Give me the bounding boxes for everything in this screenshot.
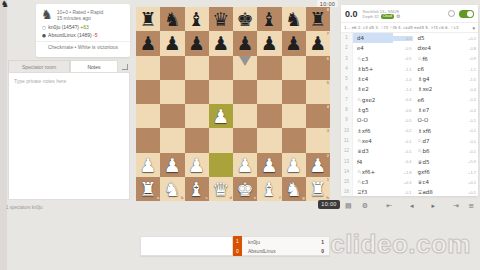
crosstable-players: kn0ju1AbsurdLinux0 <box>242 236 330 256</box>
white-move-eval: +1.8 <box>393 170 414 175</box>
square-d5[interactable] <box>209 80 233 104</box>
black-move-eval: -0.8 <box>457 46 478 51</box>
rank-coord-6: 6 <box>327 57 329 61</box>
white-move-eval: 0.0 <box>393 36 414 41</box>
black-move[interactable]: O-O <box>413 115 457 125</box>
square-c4[interactable] <box>185 104 209 128</box>
black-move[interactable]: ♗g4 <box>413 74 457 84</box>
notes-placeholder: Type private notes here <box>9 73 129 89</box>
square-d7[interactable]: ♟ <box>209 31 233 55</box>
move-number: 13 <box>341 157 353 167</box>
square-e1[interactable]: ♚e <box>233 177 257 201</box>
square-e2[interactable]: ♟ <box>233 153 257 177</box>
black-move-eval: -0.1 <box>457 139 478 144</box>
move-list[interactable]: 1d40.0d5+0.22e4-0.9dxe4-0.83♘c3-0.5♘f6-0… <box>341 33 478 196</box>
square-e4[interactable] <box>233 104 257 128</box>
file-coord-a: a <box>157 196 159 200</box>
move-number: 5 <box>341 74 353 84</box>
white-move-eval: -0.9 <box>393 46 414 51</box>
black-knight-g8[interactable]: ♞ <box>282 7 306 31</box>
square-f4[interactable] <box>257 104 281 128</box>
black-queen-d8[interactable]: ♛ <box>209 7 233 31</box>
move-number: 14 <box>341 167 353 177</box>
white-move-eval: -1.4 <box>393 87 414 92</box>
menu-icon[interactable]: ≡ <box>468 199 474 213</box>
square-g7[interactable]: ♟ <box>282 31 306 55</box>
black-move-eval: +5.9 <box>457 159 478 164</box>
square-f5[interactable] <box>257 80 281 104</box>
move-row-7: 7♘gxe2-0.4e6-0.2 <box>341 95 478 105</box>
resize-handle[interactable] <box>118 60 130 72</box>
black-move[interactable]: ♖ad8 <box>413 187 457 196</box>
rank-coord-4: 4 <box>327 105 329 109</box>
square-b1[interactable]: ♞b <box>160 177 184 201</box>
black-move[interactable]: ♘d7 <box>413 136 457 146</box>
square-a4[interactable] <box>136 104 160 128</box>
square-c8[interactable]: ♝ <box>185 7 209 31</box>
black-move[interactable]: gxf6 <box>413 167 457 177</box>
move-number: 10 <box>341 126 353 136</box>
square-f2[interactable]: ♟ <box>257 153 281 177</box>
square-f7[interactable]: ♟ <box>257 31 281 55</box>
black-pawn-d7[interactable]: ♟ <box>209 31 233 55</box>
square-e7[interactable]: ♟ <box>233 31 257 55</box>
black-rating-change: -5 <box>93 32 97 38</box>
engine-header: 0.0 Stockfish 13+ NNUE Depth 32 Cloud ⚙ <box>341 5 478 23</box>
black-player-name[interactable]: AbsurdLinux (1489) <box>48 32 92 38</box>
white-move-eval: -0.5 <box>393 56 414 61</box>
crosstable-results-strip[interactable] <box>140 236 233 256</box>
square-d1[interactable]: ♛d <box>209 177 233 201</box>
white-move[interactable]: ♘c3 <box>353 177 393 187</box>
square-b2[interactable]: ♟ <box>160 153 184 177</box>
engine-toggle[interactable] <box>459 10 474 18</box>
black-move-eval: -1.1 <box>457 67 478 72</box>
square-b4[interactable] <box>160 104 184 128</box>
pv-moves[interactable]: 1... e6 2. c4 d5 3. ♘f3 ♘f6 4. cxd5 exd5… <box>344 25 472 30</box>
rapid-game-icon: ♞ <box>41 8 53 21</box>
file-coord-g: g <box>302 196 304 200</box>
square-g1[interactable]: ♞g <box>282 177 306 201</box>
white-move-eval: -1.1 <box>393 67 414 72</box>
square-g4[interactable] <box>282 104 306 128</box>
watermark-text: clideo.com <box>330 229 471 260</box>
black-move[interactable]: e6 <box>413 95 457 105</box>
square-a1[interactable]: ♜a <box>136 177 160 201</box>
black-move[interactable]: ♕c4 <box>413 177 457 187</box>
square-c1[interactable]: ♝c <box>185 177 209 201</box>
square-e8[interactable]: ♚ <box>233 7 257 31</box>
square-g2[interactable]: ♟ <box>282 153 306 177</box>
white-move-eval: +0.3 <box>393 180 414 185</box>
square-c2[interactable]: ♟ <box>185 153 209 177</box>
rank-coord-2: 2 <box>327 154 329 158</box>
square-e3[interactable] <box>233 128 257 152</box>
square-g6[interactable] <box>282 56 306 80</box>
white-move-eval: -0.6 <box>393 108 414 113</box>
square-e5[interactable] <box>233 80 257 104</box>
black-player-row[interactable]: ● AbsurdLinux (1489) -5 <box>42 32 124 40</box>
white-move[interactable]: ♗xf6 <box>353 126 393 136</box>
white-pawn-f2[interactable]: ♟ <box>257 153 281 177</box>
move-number: 7 <box>341 95 353 105</box>
move-number: 15 <box>341 177 353 187</box>
square-b8[interactable]: ♞ <box>160 7 184 31</box>
cloud-eval-badge: Cloud <box>381 14 394 19</box>
move-row-11: 11♘xe4-0.1♘d7-0.1 <box>341 136 478 146</box>
white-move[interactable]: e4 <box>353 43 393 53</box>
rank-coord-1: 1 <box>327 178 329 182</box>
square-e6[interactable] <box>233 56 257 80</box>
tab-notes[interactable]: Notes <box>70 60 118 72</box>
chess-board[interactable]: ♜♞♝♛♚♝♞♜8♟♟♟♟♟♟♟♟765♟43♟♟♟♟♟♟♟2♜a♞b♝c♛d♚… <box>136 7 330 201</box>
black-move-eval: +1.7 <box>457 170 478 175</box>
square-h2[interactable]: ♟2 <box>306 153 330 177</box>
move-row-16: 16♖f3-0.1♖ad8+0.1 <box>341 187 478 196</box>
square-b6[interactable] <box>160 56 184 80</box>
white-move[interactable]: ♘gxe2 <box>353 95 393 105</box>
notes-input[interactable]: Type private notes here <box>8 72 130 200</box>
white-move[interactable]: f4 <box>353 157 393 167</box>
move-number: 11 <box>341 136 353 146</box>
crosstable-player-score: 0 <box>321 248 329 254</box>
engine-eval: 0.0 <box>345 9 358 19</box>
black-pawn-g7[interactable]: ♟ <box>282 31 306 55</box>
rank-coord-7: 7 <box>327 32 329 36</box>
black-move[interactable]: d5 <box>413 33 457 43</box>
square-f8[interactable]: ♝ <box>257 7 281 31</box>
move-row-6: 6♗e2-1.4♗xe2-0.4 <box>341 84 478 94</box>
white-bishop-f1[interactable]: ♝ <box>257 177 281 201</box>
black-move-eval: -1.5 <box>457 77 478 82</box>
black-pawn-c7[interactable]: ♟ <box>185 31 209 55</box>
white-player-name[interactable]: kn0ju (1454?) <box>48 24 79 30</box>
white-clock: 10:00 <box>318 200 340 209</box>
white-move-eval: -0.4 <box>393 97 414 102</box>
white-move[interactable]: ♗b5+ <box>353 64 393 74</box>
black-move-eval: +0.2 <box>457 36 478 41</box>
move-number: 3 <box>341 54 353 64</box>
black-knight-b8[interactable]: ♞ <box>160 7 184 31</box>
pv-expand-icon[interactable]: ▾ <box>472 25 475 31</box>
move-row-3: 3♘c3-0.5♘f6-0.9 <box>341 54 478 64</box>
move-row-1: 1d40.0d5+0.2 <box>341 33 478 43</box>
move-number: 1 <box>341 33 353 43</box>
white-move[interactable]: ♘xf6+ <box>353 167 393 177</box>
square-h4[interactable]: 4 <box>306 104 330 128</box>
square-d6[interactable] <box>209 56 233 80</box>
crosstable-player-name[interactable]: kn0ju <box>242 239 321 245</box>
move-row-10: 10♗xf6-0.2♗xf6-0.1 <box>341 126 478 136</box>
left-tabs: Spectator room Notes <box>8 60 130 72</box>
engine-panel: 0.0 Stockfish 13+ NNUE Depth 32 Cloud ⚙ … <box>341 5 478 196</box>
tab-spectator-room[interactable]: Spectator room <box>8 60 70 72</box>
crosstable-result-kn0ju[interactable]: 1 <box>233 236 242 246</box>
square-d2[interactable] <box>209 153 233 177</box>
white-pawn-b2[interactable]: ♟ <box>160 153 184 177</box>
next-move-icon[interactable]: ▸ <box>432 199 436 213</box>
square-h8[interactable]: ♜8 <box>306 7 330 31</box>
black-move[interactable]: ♗xf6 <box>413 126 457 136</box>
square-a5[interactable] <box>136 80 160 104</box>
square-a3[interactable] <box>136 128 160 152</box>
black-pawn-e7[interactable]: ♟ <box>233 31 257 55</box>
white-move-eval: -0.4 <box>393 159 414 164</box>
black-move-eval: -0.4 <box>457 87 478 92</box>
engine-settings-icon[interactable]: ⚙ <box>396 14 400 19</box>
black-move[interactable]: ♘f6 <box>413 54 457 64</box>
black-move-eval: +0.1 <box>457 190 478 195</box>
engine-pv-line[interactable]: 1... e6 2. c4 d5 3. ♘f3 ♘f6 4. cxd5 exd5… <box>341 23 478 33</box>
spectators-text: 1 spectators kn0ju <box>6 205 43 210</box>
black-move-eval: -0.2 <box>457 97 478 102</box>
square-c6[interactable] <box>185 56 209 80</box>
black-move[interactable]: ♘b6 <box>413 146 457 156</box>
move-number: 12 <box>341 146 353 156</box>
file-coord-c: c <box>206 196 208 200</box>
black-move-eval: -0.1 <box>457 118 478 123</box>
square-g3[interactable] <box>282 128 306 152</box>
black-move[interactable]: c6 <box>413 64 457 74</box>
best-move-arrow <box>239 56 251 66</box>
move-row-4: 4♗b5+-1.1c6-1.1 <box>341 64 478 74</box>
square-h1[interactable]: ♜h1 <box>306 177 330 201</box>
move-number: 2 <box>341 43 353 53</box>
move-row-8: 8♗g5-0.6♗e7-0.2 <box>341 105 478 115</box>
file-coord-e: e <box>254 196 256 200</box>
square-h5[interactable]: 5 <box>306 80 330 104</box>
move-row-15: 15♘c3+0.3♕c4+0.1 <box>341 177 478 187</box>
white-move[interactable]: ♗e2 <box>353 84 393 94</box>
move-row-14: 14♘xf6++1.8gxf6+1.7 <box>341 167 478 177</box>
black-rook-a8[interactable]: ♜ <box>136 7 160 31</box>
last-move-icon[interactable]: ⇥ <box>453 199 459 213</box>
white-move[interactable]: ♖f3 <box>353 187 393 196</box>
crosstable-game-result-column[interactable]: 10 <box>233 236 242 256</box>
black-move-eval: -0.2 <box>457 108 478 113</box>
rank-coord-3: 3 <box>327 129 329 133</box>
black-move-eval: -0.1 <box>457 149 478 154</box>
white-move-eval: -1.4 <box>393 77 414 82</box>
square-c3[interactable] <box>185 128 209 152</box>
white-move[interactable]: d4 <box>353 33 393 43</box>
move-row-13: 13f4-0.4♕d5+5.9 <box>341 157 478 167</box>
move-number: 6 <box>341 84 353 94</box>
first-move-icon[interactable]: ⇤ <box>386 199 392 213</box>
analysis-controls: ▤⚙⇤◂▸⇥≡ <box>341 199 478 213</box>
white-pawn-a2[interactable]: ♟ <box>136 153 160 177</box>
site-logo-icon[interactable]: ♞ <box>1 0 9 9</box>
move-row-2: 2e4-0.9dxe4-0.8 <box>341 43 478 53</box>
square-d8[interactable]: ♛ <box>209 7 233 31</box>
crosstable-player-name[interactable]: AbsurdLinux <box>242 248 321 254</box>
black-color-icon: ● <box>42 33 46 38</box>
square-c7[interactable]: ♟ <box>185 31 209 55</box>
white-pawn-d4[interactable]: ♟ <box>209 104 233 128</box>
square-g5[interactable] <box>282 80 306 104</box>
left-edge-strip <box>0 0 7 270</box>
white-move-eval: -0.1 <box>393 190 414 195</box>
white-move[interactable]: O-O <box>353 115 393 125</box>
square-d3[interactable] <box>209 128 233 152</box>
white-move[interactable]: ♘c3 <box>353 54 393 64</box>
white-pawn-e2[interactable]: ♟ <box>233 153 257 177</box>
game-date-text: 15 minutes ago <box>57 15 104 21</box>
move-number: 9 <box>341 115 353 125</box>
square-b3[interactable] <box>160 128 184 152</box>
square-f1[interactable]: ♝f <box>257 177 281 201</box>
black-king-e8[interactable]: ♚ <box>233 7 257 31</box>
square-b5[interactable] <box>160 80 184 104</box>
white-move-eval: -0.5 <box>393 118 414 123</box>
file-coord-b: b <box>181 196 183 200</box>
black-move[interactable]: ♕d5 <box>413 157 457 167</box>
black-pawn-f7[interactable]: ♟ <box>257 31 281 55</box>
square-b7[interactable]: ♟ <box>160 31 184 55</box>
file-coord-f: f <box>279 196 280 200</box>
white-move-eval: -0.2 <box>393 128 414 133</box>
black-bishop-c8[interactable]: ♝ <box>185 7 209 31</box>
square-a6[interactable] <box>136 56 160 80</box>
white-move[interactable]: ♗c4 <box>353 74 393 84</box>
move-row-9: 9O-O-0.5O-O-0.1 <box>341 115 478 125</box>
white-move[interactable]: ♗g5 <box>353 105 393 115</box>
file-coord-d: d <box>230 196 232 200</box>
rank-coord-5: 5 <box>327 81 329 85</box>
square-g8[interactable]: ♞ <box>282 7 306 31</box>
black-clock: 10:00 <box>317 0 338 7</box>
white-move-eval: -0.1 <box>393 139 414 144</box>
square-a2[interactable]: ♟ <box>136 153 160 177</box>
crosstable-row-AbsurdLinux: AbsurdLinux0 <box>242 246 329 255</box>
white-rating-change: +63 <box>80 24 88 30</box>
black-pawn-a7[interactable]: ♟ <box>136 31 160 55</box>
square-h3[interactable]: 3 <box>306 128 330 152</box>
move-number: 8 <box>341 105 353 115</box>
black-move[interactable]: ♗xe2 <box>413 84 457 94</box>
white-move[interactable]: ♘xe4 <box>353 136 393 146</box>
square-d4[interactable]: ♟ <box>209 104 233 128</box>
square-h6[interactable]: 6 <box>306 56 330 80</box>
move-number: 4 <box>341 64 353 74</box>
white-move[interactable]: ♕d3 <box>353 146 393 156</box>
move-row-12: 12♕d3-0.1♘b6-0.1 <box>341 146 478 156</box>
square-f6[interactable] <box>257 56 281 80</box>
square-f3[interactable] <box>257 128 281 152</box>
black-bishop-f8[interactable]: ♝ <box>257 7 281 31</box>
crosstable-row-kn0ju: kn0ju1 <box>242 237 329 246</box>
gear-icon[interactable]: ⚙ <box>362 199 368 213</box>
white-player-row[interactable]: ○ kn0ju (1454?) +63 <box>42 24 124 32</box>
game-result-text: Checkmate • White is victorious <box>36 41 130 52</box>
square-a7[interactable]: ♟ <box>136 31 160 55</box>
time-control-text: 10+0 • Rated • Rapid <box>57 9 104 15</box>
crosstable-player-score: 1 <box>321 239 329 245</box>
resize-corner-icon <box>122 64 128 70</box>
crosstable-result-AbsurdLinux[interactable]: 0 <box>233 246 242 256</box>
move-row-5: 5♗c4-1.4♗g4-1.5 <box>341 74 478 84</box>
square-a8[interactable]: ♜ <box>136 7 160 31</box>
black-move-eval: -0.9 <box>457 56 478 61</box>
engine-depth: Depth 32 <box>363 14 379 19</box>
crosstable: 10 kn0ju1AbsurdLinux0 <box>140 236 330 256</box>
book-icon[interactable]: ▤ <box>345 199 352 213</box>
game-meta-card: ♞ 10+0 • Rated • Rapid 15 minutes ago ○ … <box>36 4 130 57</box>
black-move[interactable]: dxe4 <box>413 43 457 53</box>
square-c5[interactable] <box>185 80 209 104</box>
practice-icon[interactable] <box>448 10 455 17</box>
white-pawn-c2[interactable]: ♟ <box>185 153 209 177</box>
black-pawn-b7[interactable]: ♟ <box>160 31 184 55</box>
white-move-eval: -0.1 <box>393 149 414 154</box>
toggle-knob <box>467 11 473 17</box>
black-move-eval: -0.1 <box>457 128 478 133</box>
prev-move-icon[interactable]: ◂ <box>410 199 414 213</box>
move-number: 16 <box>341 187 353 196</box>
square-h7[interactable]: ♟7 <box>306 31 330 55</box>
black-move[interactable]: ♗e7 <box>413 105 457 115</box>
white-pawn-g2[interactable]: ♟ <box>282 153 306 177</box>
black-move-eval: +0.1 <box>457 180 478 185</box>
white-color-icon: ○ <box>42 25 46 30</box>
rank-coord-8: 8 <box>327 8 329 12</box>
